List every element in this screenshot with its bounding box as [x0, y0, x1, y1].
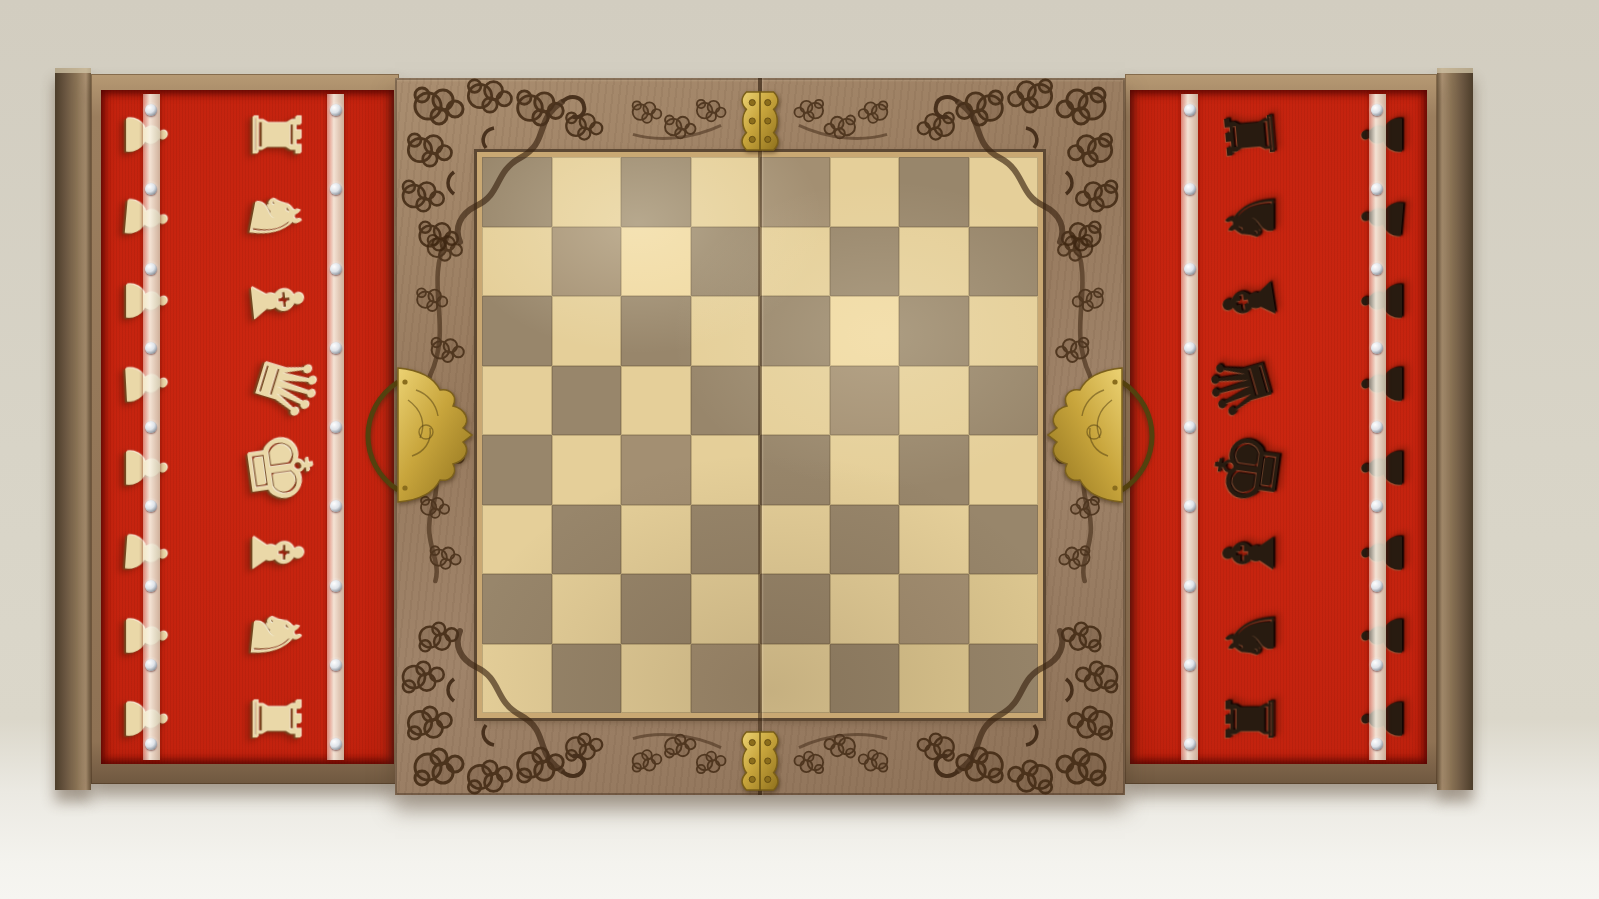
- rhinestone-stud: [145, 342, 157, 354]
- square-e1[interactable]: [760, 644, 830, 714]
- tray-cell: ♝: [230, 260, 390, 343]
- rhinestone-stud: [1371, 421, 1383, 433]
- rhinestone-stud: [330, 263, 342, 275]
- square-g2[interactable]: [899, 574, 969, 644]
- tray-cell: ♞: [230, 594, 390, 677]
- square-f5[interactable]: [830, 366, 900, 436]
- brass-clasp-left-icon: [352, 360, 478, 512]
- rhinestone-stud: [145, 659, 157, 671]
- square-c6[interactable]: [621, 296, 691, 366]
- tray-piece-black-queen[interactable]: ♛: [1194, 341, 1288, 430]
- square-b5[interactable]: [552, 366, 622, 436]
- rhinestone-stud: [330, 659, 342, 671]
- square-c5[interactable]: [621, 366, 691, 436]
- rhinestone-stud: [1184, 183, 1196, 195]
- brass-hinge-top-icon: [737, 90, 783, 152]
- square-d2[interactable]: [691, 574, 761, 644]
- square-b3[interactable]: [552, 505, 622, 575]
- rhinestone-stud: [330, 104, 342, 116]
- square-b8[interactable]: [552, 157, 622, 227]
- rhinestone-stud: [1184, 421, 1196, 433]
- square-a1[interactable]: [482, 644, 552, 714]
- square-h5[interactable]: [969, 366, 1039, 436]
- square-a4[interactable]: [482, 435, 552, 505]
- square-g6[interactable]: [899, 296, 969, 366]
- brass-clasp-right-icon: [1042, 360, 1168, 512]
- tray-piece-black-rook[interactable]: ♜: [1216, 103, 1287, 168]
- square-g5[interactable]: [899, 366, 969, 436]
- tray-cell: ♟: [1296, 260, 1423, 343]
- left-lid-wall: [55, 68, 91, 790]
- square-g1[interactable]: [899, 644, 969, 714]
- square-a2[interactable]: [482, 574, 552, 644]
- square-f7[interactable]: [830, 227, 900, 297]
- square-a3[interactable]: [482, 505, 552, 575]
- square-f6[interactable]: [830, 296, 900, 366]
- square-d5[interactable]: [691, 366, 761, 436]
- tray-piece-white-bishop[interactable]: ♝: [242, 521, 312, 584]
- tray-piece-black-knight[interactable]: ♞: [1218, 189, 1284, 248]
- cloud-carving-icon: [787, 719, 899, 791]
- tray-piece-white-king[interactable]: ♚: [232, 425, 328, 513]
- square-c1[interactable]: [621, 644, 691, 714]
- rhinestone-stud: [1184, 104, 1196, 116]
- right-tray-rim: ♜♟♞♟♝♟♛♟♚♟♝♟♞♟♜♟: [1125, 74, 1437, 784]
- ribbon-strap: [143, 94, 160, 760]
- tray-piece-white-knight[interactable]: ♞: [237, 183, 313, 254]
- tray-cell: ♟: [1296, 511, 1423, 594]
- rhinestone-stud: [145, 738, 157, 750]
- right-piece-tray: ♜♟♞♟♝♟♛♟♚♟♝♟♞♟♜♟: [1127, 68, 1473, 790]
- square-c2[interactable]: [621, 574, 691, 644]
- rhinestone-stud: [330, 342, 342, 354]
- cloud-carving-icon: [787, 82, 899, 154]
- tray-cell: ♞: [1134, 594, 1296, 677]
- tray-cell: ♟: [105, 511, 230, 594]
- tray-piece-black-king[interactable]: ♚: [1199, 425, 1295, 513]
- ribbon-strap: [1181, 94, 1198, 760]
- tray-cell: ♟: [105, 260, 230, 343]
- tray-piece-black-bishop[interactable]: ♝: [1210, 265, 1289, 338]
- square-a8[interactable]: [482, 157, 552, 227]
- square-e5[interactable]: [760, 366, 830, 436]
- tray-cell: ♝: [1134, 260, 1296, 343]
- rhinestone-stud: [1371, 500, 1383, 512]
- tray-piece-white-bishop[interactable]: ♝: [239, 266, 315, 336]
- tray-cell: ♟: [105, 677, 230, 760]
- square-a6[interactable]: [482, 296, 552, 366]
- rhinestone-stud: [1184, 342, 1196, 354]
- square-h3[interactable]: [969, 505, 1039, 575]
- square-h4[interactable]: [969, 435, 1039, 505]
- square-h1[interactable]: [969, 644, 1039, 714]
- tray-cell: ♜: [1134, 94, 1296, 177]
- cloud-carving-icon: [621, 82, 733, 154]
- board-case: [395, 78, 1125, 795]
- tray-cell: ♝: [230, 511, 390, 594]
- rhinestone-stud: [1371, 263, 1383, 275]
- tray-piece-white-queen[interactable]: ♛: [239, 341, 334, 431]
- square-e8[interactable]: [760, 157, 830, 227]
- tray-piece-white-knight[interactable]: ♞: [239, 603, 311, 669]
- tray-cell: ♟: [1296, 425, 1423, 511]
- square-d4[interactable]: [691, 435, 761, 505]
- rhinestone-stud: [1371, 738, 1383, 750]
- tray-cell: ♟: [1296, 343, 1423, 426]
- rhinestone-stud: [1184, 580, 1196, 592]
- rhinestone-stud: [145, 104, 157, 116]
- cloud-carving-icon: [621, 719, 733, 791]
- chess-set-photo: ♟♜♟♞♟♝♟♛♟♚♟♝♟♞♟♜ ♜♟♞♟♝♟: [0, 0, 1599, 899]
- square-e7[interactable]: [760, 227, 830, 297]
- square-f4[interactable]: [830, 435, 900, 505]
- left-piece-tray: ♟♜♟♞♟♝♟♛♟♚♟♝♟♞♟♜: [55, 68, 397, 790]
- rhinestone-stud: [1184, 500, 1196, 512]
- square-e4[interactable]: [760, 435, 830, 505]
- square-g8[interactable]: [899, 157, 969, 227]
- tray-cell: ♟: [105, 177, 230, 260]
- rhinestone-stud: [145, 500, 157, 512]
- rhinestone-stud: [1371, 183, 1383, 195]
- tray-piece-black-knight[interactable]: ♞: [1218, 606, 1284, 665]
- rhinestone-stud: [330, 738, 342, 750]
- square-c4[interactable]: [621, 435, 691, 505]
- square-a5[interactable]: [482, 366, 552, 436]
- left-tray-felt: ♟♜♟♞♟♝♟♛♟♚♟♝♟♞♟♜: [101, 90, 394, 764]
- right-lid-wall: [1437, 68, 1473, 790]
- rhinestone-stud: [1371, 342, 1383, 354]
- rhinestone-stud: [1184, 738, 1196, 750]
- brass-hinge-bottom-icon: [737, 730, 783, 792]
- square-b2[interactable]: [552, 574, 622, 644]
- square-g4[interactable]: [899, 435, 969, 505]
- square-d3[interactable]: [691, 505, 761, 575]
- square-f8[interactable]: [830, 157, 900, 227]
- square-f2[interactable]: [830, 574, 900, 644]
- square-g3[interactable]: [899, 505, 969, 575]
- rhinestone-stud: [330, 580, 342, 592]
- rhinestone-stud: [1371, 659, 1383, 671]
- square-d7[interactable]: [691, 227, 761, 297]
- square-e6[interactable]: [760, 296, 830, 366]
- square-g7[interactable]: [899, 227, 969, 297]
- ribbon-strap: [1369, 94, 1386, 760]
- tray-cell: ♜: [230, 677, 390, 760]
- square-h8[interactable]: [969, 157, 1039, 227]
- rhinestone-stud: [330, 183, 342, 195]
- tray-piece-black-rook[interactable]: ♜: [1218, 689, 1284, 748]
- square-b6[interactable]: [552, 296, 622, 366]
- tray-cell: ♜: [1134, 677, 1296, 760]
- square-b4[interactable]: [552, 435, 622, 505]
- square-h7[interactable]: [969, 227, 1039, 297]
- rhinestone-stud: [1184, 263, 1196, 275]
- square-f3[interactable]: [830, 505, 900, 575]
- square-a7[interactable]: [482, 227, 552, 297]
- tray-cell: ♜: [230, 94, 390, 177]
- square-f1[interactable]: [830, 644, 900, 714]
- tray-piece-white-rook[interactable]: ♜: [242, 689, 308, 748]
- square-h2[interactable]: [969, 574, 1039, 644]
- tray-cell: ♟: [1296, 94, 1423, 177]
- rhinestone-stud: [330, 421, 342, 433]
- rhinestone-stud: [145, 263, 157, 275]
- rhinestone-stud: [145, 421, 157, 433]
- square-d1[interactable]: [691, 644, 761, 714]
- rhinestone-stud: [1371, 104, 1383, 116]
- square-c7[interactable]: [621, 227, 691, 297]
- tray-cell: ♝: [1134, 511, 1296, 594]
- square-d8[interactable]: [691, 157, 761, 227]
- tray-cell: ♞: [1134, 177, 1296, 260]
- tray-cell: ♟: [105, 425, 230, 511]
- square-e3[interactable]: [760, 505, 830, 575]
- tray-cell: ♟: [1296, 177, 1423, 260]
- tray-piece-white-rook[interactable]: ♜: [242, 106, 308, 165]
- tray-piece-black-bishop[interactable]: ♝: [1214, 521, 1284, 584]
- square-c3[interactable]: [621, 505, 691, 575]
- ribbon-strap: [327, 94, 344, 760]
- rhinestone-stud: [330, 500, 342, 512]
- tray-cell: ♟: [105, 594, 230, 677]
- square-h6[interactable]: [969, 296, 1039, 366]
- tray-cell: ♟: [1296, 594, 1423, 677]
- rhinestone-stud: [145, 580, 157, 592]
- square-c8[interactable]: [621, 157, 691, 227]
- square-b7[interactable]: [552, 227, 622, 297]
- tray-cell: ♞: [230, 177, 390, 260]
- right-tray-felt: ♜♟♞♟♝♟♛♟♚♟♝♟♞♟♜♟: [1130, 90, 1427, 764]
- fold-seam: [758, 78, 762, 795]
- tray-cell: ♟: [105, 94, 230, 177]
- tray-cell: ♟: [105, 343, 230, 426]
- square-b1[interactable]: [552, 644, 622, 714]
- rhinestone-stud: [1371, 580, 1383, 592]
- rhinestone-stud: [145, 183, 157, 195]
- square-d6[interactable]: [691, 296, 761, 366]
- square-e2[interactable]: [760, 574, 830, 644]
- rhinestone-stud: [1184, 659, 1196, 671]
- tray-cell: ♟: [1296, 677, 1423, 760]
